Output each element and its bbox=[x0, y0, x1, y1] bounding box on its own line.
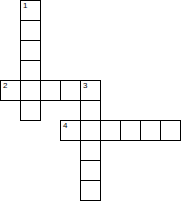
clue-number-label: 4 bbox=[63, 121, 67, 130]
crossword-cell[interactable] bbox=[80, 160, 101, 181]
crossword-board: 1234 bbox=[0, 0, 181, 201]
crossword-cell[interactable] bbox=[80, 100, 101, 121]
crossword-cell[interactable] bbox=[20, 80, 41, 101]
crossword-cell[interactable] bbox=[160, 120, 181, 141]
crossword-cell[interactable] bbox=[20, 100, 41, 121]
crossword-cell[interactable] bbox=[20, 60, 41, 81]
crossword-cell[interactable] bbox=[20, 20, 41, 41]
crossword-cell[interactable] bbox=[60, 80, 81, 101]
crossword-cell[interactable]: 4 bbox=[60, 120, 81, 141]
clue-number-label: 2 bbox=[3, 81, 7, 90]
clue-number-label: 1 bbox=[23, 1, 27, 10]
crossword-cell[interactable] bbox=[140, 120, 161, 141]
crossword-cell[interactable]: 3 bbox=[80, 80, 101, 101]
crossword-cell[interactable] bbox=[100, 120, 121, 141]
clue-number-label: 3 bbox=[83, 81, 87, 90]
crossword-cell[interactable] bbox=[40, 80, 61, 101]
crossword-cell[interactable] bbox=[80, 120, 101, 141]
crossword-cell[interactable]: 2 bbox=[0, 80, 21, 101]
crossword-cell[interactable]: 1 bbox=[20, 0, 41, 21]
crossword-cell[interactable] bbox=[80, 140, 101, 161]
crossword-cell[interactable] bbox=[120, 120, 141, 141]
crossword-cell[interactable] bbox=[20, 40, 41, 61]
crossword-cell[interactable] bbox=[80, 180, 101, 201]
